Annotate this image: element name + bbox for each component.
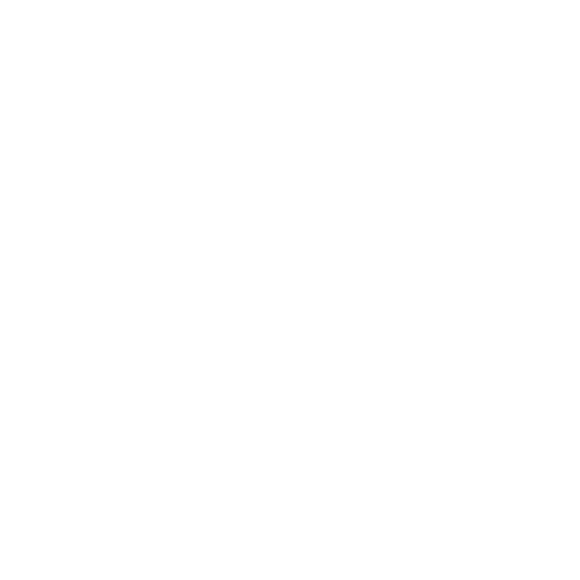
- go-board-screen: [0, 0, 580, 580]
- go-board[interactable]: [24, 25, 556, 557]
- board-grid-lines: [24, 25, 556, 557]
